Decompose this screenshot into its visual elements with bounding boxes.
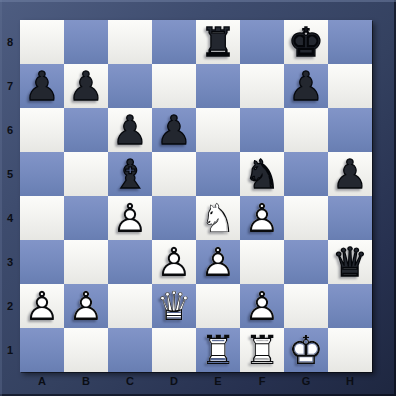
white-pawn-icon: ♟♙ [152, 240, 196, 284]
square-e5[interactable] [196, 152, 240, 196]
square-h7[interactable] [328, 64, 372, 108]
file-label-d: D [152, 372, 196, 396]
white-pawn-glyph-outline: ♙ [64, 284, 108, 328]
square-b5[interactable] [64, 152, 108, 196]
square-b6[interactable] [64, 108, 108, 152]
white-pawn-icon: ♟♙ [240, 196, 284, 240]
square-h4[interactable] [328, 196, 372, 240]
white-pawn-glyph-outline: ♙ [196, 240, 240, 284]
square-f5[interactable]: ♞♞ [240, 152, 284, 196]
square-a8[interactable] [20, 20, 64, 64]
white-rook-icon: ♜♖ [196, 328, 240, 372]
white-pawn-glyph-outline: ♙ [240, 284, 284, 328]
rank-label-6: 6 [0, 108, 20, 152]
square-d7[interactable] [152, 64, 196, 108]
rank-label-5: 5 [0, 152, 20, 196]
square-e3[interactable]: ♟♙ [196, 240, 240, 284]
square-g4[interactable] [284, 196, 328, 240]
white-king-icon: ♚♔ [284, 328, 328, 372]
square-h5[interactable]: ♟♟ [328, 152, 372, 196]
square-d4[interactable] [152, 196, 196, 240]
file-label-e: E [196, 372, 240, 396]
square-g2[interactable] [284, 284, 328, 328]
black-queen-icon: ♛♛ [328, 240, 372, 284]
square-e7[interactable] [196, 64, 240, 108]
rank-label-2: 2 [0, 284, 20, 328]
square-c3[interactable] [108, 240, 152, 284]
black-rook-glyph-outline: ♜ [196, 20, 240, 64]
square-d5[interactable] [152, 152, 196, 196]
square-e1[interactable]: ♜♖ [196, 328, 240, 372]
square-e4[interactable]: ♞♘ [196, 196, 240, 240]
square-f6[interactable] [240, 108, 284, 152]
black-bishop-icon: ♝♝ [108, 152, 152, 196]
file-label-h: H [328, 372, 372, 396]
black-pawn-icon: ♟♟ [108, 108, 152, 152]
square-b4[interactable] [64, 196, 108, 240]
square-c7[interactable] [108, 64, 152, 108]
square-g5[interactable] [284, 152, 328, 196]
square-d3[interactable]: ♟♙ [152, 240, 196, 284]
file-labels: ABCDEFGH [20, 372, 372, 396]
white-knight-glyph-outline: ♘ [196, 196, 240, 240]
file-label-f: F [240, 372, 284, 396]
square-d1[interactable] [152, 328, 196, 372]
white-pawn-icon: ♟♙ [240, 284, 284, 328]
black-queen-glyph-outline: ♛ [328, 240, 372, 284]
black-pawn-icon: ♟♟ [284, 64, 328, 108]
square-f2[interactable]: ♟♙ [240, 284, 284, 328]
white-queen-glyph-outline: ♕ [152, 284, 196, 328]
rank-label-1: 1 [0, 328, 20, 372]
square-a2[interactable]: ♟♙ [20, 284, 64, 328]
white-rook-glyph-outline: ♖ [240, 328, 284, 372]
rank-labels: 87654321 [0, 20, 20, 372]
square-f1[interactable]: ♜♖ [240, 328, 284, 372]
square-a6[interactable] [20, 108, 64, 152]
square-f7[interactable] [240, 64, 284, 108]
file-label-c: C [108, 372, 152, 396]
black-pawn-glyph-outline: ♟ [328, 152, 372, 196]
square-d6[interactable]: ♟♟ [152, 108, 196, 152]
white-pawn-glyph-outline: ♙ [240, 196, 284, 240]
square-g1[interactable]: ♚♔ [284, 328, 328, 372]
black-king-icon: ♚♚ [284, 20, 328, 64]
rank-label-8: 8 [0, 20, 20, 64]
black-pawn-icon: ♟♟ [152, 108, 196, 152]
black-pawn-icon: ♟♟ [20, 64, 64, 108]
black-pawn-icon: ♟♟ [328, 152, 372, 196]
white-king-glyph-outline: ♔ [284, 328, 328, 372]
square-a3[interactable] [20, 240, 64, 284]
white-rook-icon: ♜♖ [240, 328, 284, 372]
rank-label-7: 7 [0, 64, 20, 108]
black-rook-icon: ♜♜ [196, 20, 240, 64]
square-g8[interactable]: ♚♚ [284, 20, 328, 64]
square-f4[interactable]: ♟♙ [240, 196, 284, 240]
square-h6[interactable] [328, 108, 372, 152]
square-g6[interactable] [284, 108, 328, 152]
rank-label-4: 4 [0, 196, 20, 240]
white-knight-icon: ♞♘ [196, 196, 240, 240]
black-pawn-glyph-outline: ♟ [152, 108, 196, 152]
square-a7[interactable]: ♟♟ [20, 64, 64, 108]
square-f3[interactable] [240, 240, 284, 284]
white-pawn-icon: ♟♙ [196, 240, 240, 284]
square-g3[interactable] [284, 240, 328, 284]
file-label-g: G [284, 372, 328, 396]
square-c6[interactable]: ♟♟ [108, 108, 152, 152]
square-f8[interactable] [240, 20, 284, 64]
square-e2[interactable] [196, 284, 240, 328]
black-knight-icon: ♞♞ [240, 152, 284, 196]
square-b3[interactable] [64, 240, 108, 284]
white-pawn-icon: ♟♙ [64, 284, 108, 328]
square-c2[interactable] [108, 284, 152, 328]
square-e6[interactable] [196, 108, 240, 152]
file-label-b: B [64, 372, 108, 396]
square-b8[interactable] [64, 20, 108, 64]
black-bishop-glyph-outline: ♝ [108, 152, 152, 196]
square-e8[interactable]: ♜♜ [196, 20, 240, 64]
square-c4[interactable]: ♟♙ [108, 196, 152, 240]
white-queen-icon: ♛♕ [152, 284, 196, 328]
square-b2[interactable]: ♟♙ [64, 284, 108, 328]
square-a1[interactable] [20, 328, 64, 372]
black-pawn-glyph-outline: ♟ [284, 64, 328, 108]
square-b1[interactable] [64, 328, 108, 372]
square-h1[interactable] [328, 328, 372, 372]
white-pawn-glyph-outline: ♙ [20, 284, 64, 328]
black-knight-glyph-outline: ♞ [240, 152, 284, 196]
file-label-a: A [20, 372, 64, 396]
black-pawn-icon: ♟♟ [64, 64, 108, 108]
rank-label-3: 3 [0, 240, 20, 284]
square-c8[interactable] [108, 20, 152, 64]
square-a4[interactable] [20, 196, 64, 240]
white-pawn-glyph-outline: ♙ [108, 196, 152, 240]
white-pawn-icon: ♟♙ [20, 284, 64, 328]
square-h8[interactable] [328, 20, 372, 64]
white-pawn-icon: ♟♙ [108, 196, 152, 240]
black-king-glyph-outline: ♚ [284, 20, 328, 64]
square-c5[interactable]: ♝♝ [108, 152, 152, 196]
board: ♜♜♚♚♟♟♟♟♟♟♟♟♟♟♝♝♞♞♟♟♟♙♞♘♟♙♟♙♟♙♛♛♟♙♟♙♛♕♟♙… [20, 20, 372, 372]
square-d2[interactable]: ♛♕ [152, 284, 196, 328]
black-pawn-glyph-outline: ♟ [64, 64, 108, 108]
square-d8[interactable] [152, 20, 196, 64]
square-g7[interactable]: ♟♟ [284, 64, 328, 108]
white-rook-glyph-outline: ♖ [196, 328, 240, 372]
square-a5[interactable] [20, 152, 64, 196]
square-h3[interactable]: ♛♛ [328, 240, 372, 284]
white-pawn-glyph-outline: ♙ [152, 240, 196, 284]
chess-board-frame: 87654321 ABCDEFGH ♜♜♚♚♟♟♟♟♟♟♟♟♟♟♝♝♞♞♟♟♟♙… [0, 0, 396, 396]
square-c1[interactable] [108, 328, 152, 372]
black-pawn-glyph-outline: ♟ [108, 108, 152, 152]
black-pawn-glyph-outline: ♟ [20, 64, 64, 108]
square-h2[interactable] [328, 284, 372, 328]
square-b7[interactable]: ♟♟ [64, 64, 108, 108]
